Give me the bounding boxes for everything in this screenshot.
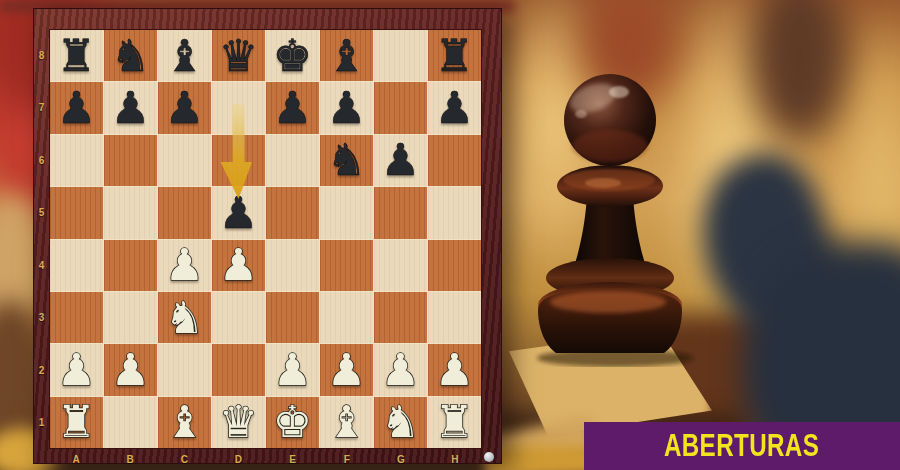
square-f1[interactable]: ♝ <box>320 397 373 448</box>
square-d5[interactable]: ♟ <box>212 187 265 238</box>
file-label-a: A <box>49 453 103 465</box>
square-d8[interactable]: ♛ <box>212 30 265 81</box>
chess-board: 87654321 ABCDEFGH ♜♞♝♛♚♝♜♟♟♟♟♟♟♞♟♟♟♟♞♟♟♟… <box>33 8 502 464</box>
square-d1[interactable]: ♛ <box>212 397 265 448</box>
piece-white-pawn-c4: ♟ <box>165 243 204 287</box>
square-f4[interactable] <box>320 240 373 291</box>
file-label-b: B <box>103 453 157 465</box>
square-g7[interactable] <box>374 82 427 133</box>
square-e5[interactable] <box>266 187 319 238</box>
square-c8[interactable]: ♝ <box>158 30 211 81</box>
square-f8[interactable]: ♝ <box>320 30 373 81</box>
square-a7[interactable]: ♟ <box>50 82 103 133</box>
square-e7[interactable]: ♟ <box>266 82 319 133</box>
title-banner: ABERTURAS <box>584 422 900 470</box>
piece-black-bishop-f8: ♝ <box>327 34 366 78</box>
corner-dot <box>484 452 494 462</box>
rank-label-2: 2 <box>34 344 49 397</box>
square-h6[interactable] <box>428 135 481 186</box>
square-h7[interactable]: ♟ <box>428 82 481 133</box>
board-grid: ♜♞♝♛♚♝♜♟♟♟♟♟♟♞♟♟♟♟♞♟♟♟♟♟♟♜♝♛♚♝♞♜ <box>49 29 482 449</box>
piece-white-pawn-a2: ♟ <box>57 348 96 392</box>
square-b1[interactable] <box>104 397 157 448</box>
square-h1[interactable]: ♜ <box>428 397 481 448</box>
rank-labels: 87654321 <box>34 29 49 449</box>
square-h8[interactable]: ♜ <box>428 30 481 81</box>
square-b7[interactable]: ♟ <box>104 82 157 133</box>
square-e4[interactable] <box>266 240 319 291</box>
square-c6[interactable] <box>158 135 211 186</box>
piece-white-pawn-h2: ♟ <box>435 348 474 392</box>
square-b5[interactable] <box>104 187 157 238</box>
piece-black-pawn-d5: ♟ <box>219 191 258 235</box>
square-g8[interactable] <box>374 30 427 81</box>
piece-white-pawn-f2: ♟ <box>327 348 366 392</box>
square-g1[interactable]: ♞ <box>374 397 427 448</box>
square-a5[interactable] <box>50 187 103 238</box>
square-b2[interactable]: ♟ <box>104 344 157 395</box>
square-h3[interactable] <box>428 292 481 343</box>
rank-label-5: 5 <box>34 187 49 240</box>
square-e3[interactable] <box>266 292 319 343</box>
square-c5[interactable] <box>158 187 211 238</box>
square-d4[interactable]: ♟ <box>212 240 265 291</box>
rank-label-8: 8 <box>34 29 49 82</box>
piece-black-pawn-c7: ♟ <box>165 86 204 130</box>
file-label-d: D <box>211 453 265 465</box>
square-f7[interactable]: ♟ <box>320 82 373 133</box>
square-d3[interactable] <box>212 292 265 343</box>
piece-black-rook-a8: ♜ <box>57 34 96 78</box>
square-d6[interactable] <box>212 135 265 186</box>
file-labels: ABCDEFGH <box>49 453 482 465</box>
square-a3[interactable] <box>50 292 103 343</box>
square-b4[interactable] <box>104 240 157 291</box>
rank-label-6: 6 <box>34 134 49 187</box>
square-a1[interactable]: ♜ <box>50 397 103 448</box>
square-g2[interactable]: ♟ <box>374 344 427 395</box>
piece-black-pawn-e7: ♟ <box>273 86 312 130</box>
piece-white-knight-c3: ♞ <box>165 296 204 340</box>
piece-white-pawn-d4: ♟ <box>219 243 258 287</box>
square-e1[interactable]: ♚ <box>266 397 319 448</box>
piece-black-pawn-a7: ♟ <box>57 86 96 130</box>
rank-label-3: 3 <box>34 292 49 345</box>
piece-white-bishop-c1: ♝ <box>165 400 204 444</box>
piece-black-pawn-b7: ♟ <box>111 86 150 130</box>
square-e6[interactable] <box>266 135 319 186</box>
piece-black-king-e8: ♚ <box>273 34 312 78</box>
square-f3[interactable] <box>320 292 373 343</box>
piece-white-pawn-e2: ♟ <box>273 348 312 392</box>
square-f2[interactable]: ♟ <box>320 344 373 395</box>
piece-white-rook-a1: ♜ <box>57 400 96 444</box>
square-e2[interactable]: ♟ <box>266 344 319 395</box>
square-e8[interactable]: ♚ <box>266 30 319 81</box>
square-g4[interactable] <box>374 240 427 291</box>
square-b3[interactable] <box>104 292 157 343</box>
piece-white-pawn-g2: ♟ <box>381 348 420 392</box>
piece-black-bishop-c8: ♝ <box>165 34 204 78</box>
piece-white-bishop-f1: ♝ <box>327 400 366 444</box>
square-b6[interactable] <box>104 135 157 186</box>
piece-black-queen-d8: ♛ <box>219 34 258 78</box>
piece-white-queen-d1: ♛ <box>219 400 258 444</box>
piece-black-pawn-f7: ♟ <box>327 86 366 130</box>
file-label-c: C <box>157 453 211 465</box>
square-g5[interactable] <box>374 187 427 238</box>
square-c7[interactable]: ♟ <box>158 82 211 133</box>
square-a4[interactable] <box>50 240 103 291</box>
square-d7[interactable] <box>212 82 265 133</box>
piece-black-pawn-h7: ♟ <box>435 86 474 130</box>
piece-black-knight-f6: ♞ <box>327 138 366 182</box>
square-h2[interactable]: ♟ <box>428 344 481 395</box>
rank-label-7: 7 <box>34 82 49 135</box>
rank-label-4: 4 <box>34 239 49 292</box>
thumbnail-stage: 87654321 ABCDEFGH ♜♞♝♛♚♝♜♟♟♟♟♟♟♞♟♟♟♟♞♟♟♟… <box>0 0 900 470</box>
rank-label-1: 1 <box>34 397 49 450</box>
file-label-e: E <box>266 453 320 465</box>
file-label-f: F <box>320 453 374 465</box>
file-label-g: G <box>374 453 428 465</box>
square-c4[interactable]: ♟ <box>158 240 211 291</box>
square-f6[interactable]: ♞ <box>320 135 373 186</box>
square-b8[interactable]: ♞ <box>104 30 157 81</box>
square-g6[interactable]: ♟ <box>374 135 427 186</box>
banner-label: ABERTURAS <box>664 428 819 464</box>
square-a8[interactable]: ♜ <box>50 30 103 81</box>
square-c3[interactable]: ♞ <box>158 292 211 343</box>
piece-white-knight-g1: ♞ <box>381 400 420 444</box>
piece-white-king-e1: ♚ <box>273 400 312 444</box>
piece-black-knight-b8: ♞ <box>111 34 150 78</box>
square-h4[interactable] <box>428 240 481 291</box>
square-c1[interactable]: ♝ <box>158 397 211 448</box>
square-h5[interactable] <box>428 187 481 238</box>
square-f5[interactable] <box>320 187 373 238</box>
square-a6[interactable] <box>50 135 103 186</box>
wooden-pawn-photo <box>515 62 705 367</box>
square-g3[interactable] <box>374 292 427 343</box>
square-c2[interactable] <box>158 344 211 395</box>
file-label-h: H <box>428 453 482 465</box>
square-d2[interactable] <box>212 344 265 395</box>
piece-white-rook-h1: ♜ <box>435 400 474 444</box>
square-a2[interactable]: ♟ <box>50 344 103 395</box>
piece-white-pawn-b2: ♟ <box>111 348 150 392</box>
piece-black-pawn-g6: ♟ <box>381 138 420 182</box>
piece-black-rook-h8: ♜ <box>435 34 474 78</box>
